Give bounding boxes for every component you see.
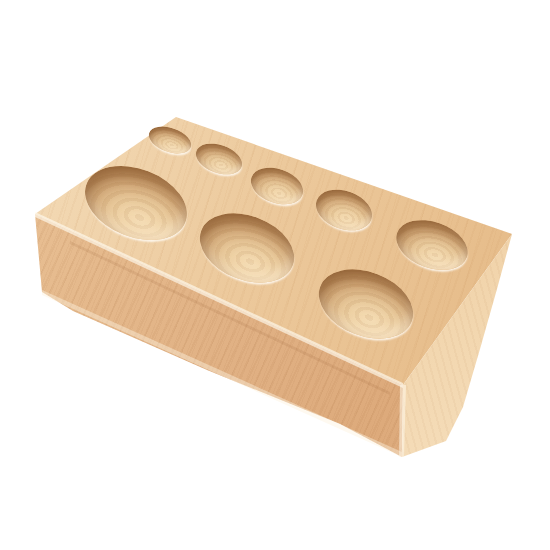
board: Overhead product photo on a white backgr…	[0, 0, 550, 550]
